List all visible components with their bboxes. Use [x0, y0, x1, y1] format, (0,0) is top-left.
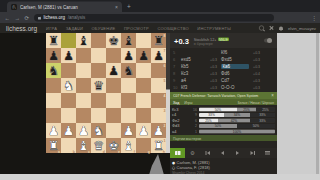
opening-close-icon[interactable]: ×: [271, 93, 274, 98]
prev-move-button[interactable]: [215, 148, 230, 158]
square-a2[interactable]: ♟: [46, 123, 61, 138]
back-button[interactable]: ←: [5, 15, 11, 21]
white-move[interactable]: a4: [181, 78, 207, 83]
square-e8[interactable]: ♚: [106, 33, 121, 48]
prev-move-icon: [221, 151, 224, 155]
opening-name: C07 French Defense: Tarrasch Variation, …: [173, 94, 269, 98]
black-rook-a8[interactable]: ♜: [46, 33, 61, 48]
white-pawn-g2[interactable]: ♟: [136, 123, 151, 138]
square-d7[interactable]: [91, 48, 106, 63]
square-b8[interactable]: [61, 33, 76, 48]
square-c3[interactable]: [76, 108, 91, 123]
black-pawn-a7[interactable]: ♟: [46, 48, 61, 63]
next-move-button[interactable]: [230, 148, 245, 158]
explorer-wdl-bar: 50%50%: [199, 124, 275, 128]
square-h6[interactable]: 6: [151, 63, 166, 78]
engine-toggle-knob: [267, 38, 272, 43]
opening-bar: C07 French Defense: Tarrasch Variation, …: [170, 92, 277, 99]
square-g4[interactable]: [136, 93, 151, 108]
black-king-e8[interactable]: ♚: [106, 33, 121, 48]
white-wins-segment: 33%: [199, 113, 224, 117]
square-c8[interactable]: ♝: [76, 33, 91, 48]
square-b3[interactable]: [61, 108, 76, 123]
square-b6[interactable]: [61, 63, 76, 78]
square-d3[interactable]: [91, 108, 106, 123]
forward-button[interactable]: →: [15, 15, 21, 21]
square-e4[interactable]: [106, 93, 121, 108]
coord-b: b: [73, 150, 75, 154]
black-move[interactable]: Сd7: [221, 78, 249, 83]
square-h4[interactable]: 4: [151, 93, 166, 108]
square-a3[interactable]: [46, 108, 61, 123]
black-wins-segment: 50%: [237, 124, 275, 128]
square-c6[interactable]: [76, 63, 91, 78]
square-f2[interactable]: ♟: [121, 123, 136, 138]
move-list[interactable]: 5Кf6+0.36exd5+0.3Фxd5+0.37Кb5+0.3Кa6+0.3…: [170, 48, 277, 92]
playback-toolbar: ⚙: [170, 148, 277, 158]
square-f6[interactable]: ♞: [121, 63, 136, 78]
square-h3[interactable]: 3: [151, 108, 166, 123]
coord-g: g: [148, 150, 150, 154]
explorer-tab-games[interactable]: Игры: [184, 100, 192, 104]
white-move[interactable]: Кc3: [181, 71, 207, 76]
nav-item-4[interactable]: СООБЩЕСТВО: [157, 26, 188, 31]
explorer-wdl-bar: 25%42%33%: [199, 118, 275, 122]
engine-badge: NNUE: [218, 37, 229, 41]
square-e6[interactable]: ♟: [106, 63, 121, 78]
move-row-10: 10Кf3+0.3О-О-О+0.3: [170, 84, 277, 91]
black-wins-segment: 33%: [250, 118, 275, 122]
square-c2[interactable]: ♟: [76, 123, 91, 138]
square-c4[interactable]: [76, 93, 91, 108]
tab-title: Carlsen, M (2881) vs Caruan: [20, 4, 112, 9]
white-dot-icon: ●: [172, 161, 175, 165]
black-move[interactable]: Кf6: [221, 50, 249, 55]
square-f3[interactable]: [121, 108, 136, 123]
tab-close-icon[interactable]: ×: [115, 4, 118, 10]
move-number: 7: [173, 64, 181, 69]
draws-segment: 42%: [218, 118, 250, 122]
engine-eval: +0.3: [174, 36, 189, 45]
nav-item-5[interactable]: ИНСТРУМЕНТЫ: [197, 26, 231, 31]
explorer-tab-move[interactable]: Ход: [173, 100, 179, 104]
coord-a: a: [58, 150, 60, 154]
url-path: /analysis: [68, 15, 86, 20]
draws-segment: 100%: [199, 129, 275, 133]
white-wins-segment: 50%: [199, 107, 237, 111]
browser-url-bar: ← → ⟳ lichess.org /analysis ⋮: [0, 12, 320, 23]
nav-menu: ИГРАЗАДАЧИОБУЧЕНИЕПРОСМОТРСООБЩЕСТВОИНСТ…: [46, 26, 231, 31]
square-h5[interactable]: 5: [151, 78, 166, 93]
engine-toggle[interactable]: [264, 39, 272, 43]
chess-board[interactable]: ♜♝♚♝♜8♟♟♟♟♟7♞♟♞6♞♛543♟♟♟♞♟♟♟2♜ab♝c♛d♚e♝f…: [46, 33, 166, 153]
square-g5[interactable]: [136, 78, 151, 93]
explorer-wdl-bar: 33%34%33%: [199, 113, 275, 117]
coord-d: d: [103, 150, 105, 154]
square-a4[interactable]: [46, 93, 61, 108]
black-move-eval: +0.3: [249, 51, 264, 55]
explorer-move[interactable]: Кc3: [172, 107, 186, 112]
black-move[interactable]: О-О-О: [221, 85, 249, 90]
white-move-eval: +0.3: [207, 58, 221, 62]
square-f8[interactable]: ♝: [121, 33, 136, 48]
draws-segment: 25%: [237, 107, 256, 111]
notifications-bell-icon[interactable]: [279, 26, 283, 30]
black-wins-segment: 25%: [256, 107, 275, 111]
black-pawn-f7[interactable]: ♟: [121, 48, 136, 63]
square-b7[interactable]: ♟: [61, 48, 76, 63]
browser-tab[interactable]: ♘ Carlsen, M (2881) vs Caruan ×: [7, 2, 122, 13]
white-move[interactable]: Кb5: [181, 64, 207, 69]
lock-icon: [38, 17, 41, 20]
explorer-games-count: 9: [188, 113, 197, 117]
analysis-settings-button[interactable]: ⚙: [185, 148, 200, 158]
last-move-button[interactable]: [245, 148, 260, 158]
coord-e: e: [118, 150, 120, 154]
url-host: lichess.org: [44, 15, 66, 20]
white-move[interactable]: exd5: [181, 57, 207, 62]
square-b1[interactable]: b: [61, 138, 76, 153]
black-queen-d5[interactable]: ♛: [91, 78, 106, 93]
move-row-8: 8Кc3+0.3Фd6+0.4: [170, 70, 277, 77]
white-pawn-b2[interactable]: ♟: [61, 123, 76, 138]
lichess-nav: lichess.org ИГРАЗАДАЧИОБУЧЕНИЕПРОСМОТРСО…: [0, 23, 320, 33]
bottom-strip: [0, 174, 320, 180]
move-row-9: 9a4+0.3Сd7+0.3: [170, 77, 277, 84]
white-knight-d2[interactable]: ♞: [91, 123, 106, 138]
black-knight-f6[interactable]: ♞: [121, 63, 136, 78]
white-move-eval: +0.3: [207, 79, 221, 83]
move-number: 9: [173, 78, 181, 83]
explorer-move[interactable]: c4: [172, 113, 186, 118]
white-move-eval: +0.3: [207, 72, 221, 76]
black-move-eval: +0.3: [249, 65, 264, 69]
white-move[interactable]: Кf3: [181, 85, 207, 90]
white-knight-b5[interactable]: ♞: [61, 78, 76, 93]
square-c7[interactable]: [76, 48, 91, 63]
square-f5[interactable]: [121, 78, 136, 93]
explorer-legend: Белые / Ничьи / Чёрные: [238, 100, 274, 104]
square-h2[interactable]: ♟2: [151, 123, 166, 138]
square-d1[interactable]: ♛d: [91, 138, 106, 153]
nav-right: elvin_musayev: [259, 26, 316, 31]
page-scrollbar[interactable]: [316, 33, 319, 180]
white-move-eval: +0.3: [207, 65, 221, 69]
explorer-games-count: 6: [188, 119, 197, 123]
next-move-icon: [236, 151, 239, 155]
new-tab-button[interactable]: +: [127, 3, 131, 11]
address-input[interactable]: lichess.org /analysis: [34, 14, 274, 22]
first-move-button[interactable]: [200, 148, 215, 158]
black-wins-segment: 33%: [250, 113, 275, 117]
white-move-eval: +0.3: [207, 86, 221, 90]
square-e1[interactable]: ♚e: [106, 138, 121, 153]
square-f7[interactable]: ♟: [121, 48, 136, 63]
black-move-eval: +0.3: [249, 58, 264, 62]
square-h7[interactable]: ♟7: [151, 48, 166, 63]
square-h8[interactable]: ♜8: [151, 33, 166, 48]
search-icon[interactable]: [259, 26, 264, 31]
background-piece-graphic: [149, 154, 164, 175]
black-bishop-c8[interactable]: ♝: [76, 33, 91, 48]
coord-h: h: [163, 150, 165, 154]
explorer-move[interactable]: a4: [172, 129, 186, 134]
square-e2[interactable]: [106, 123, 121, 138]
browser-tab-bar: ♘ Carlsen, M (2881) vs Caruan × +: [0, 0, 320, 12]
square-b4[interactable]: [61, 93, 76, 108]
explorer-games-count: 16: [188, 108, 197, 112]
black-move-eval: +0.3: [249, 86, 264, 90]
move-number: 8: [173, 71, 181, 76]
lichess-logo[interactable]: lichess.org: [6, 24, 37, 32]
hamburger-icon: [265, 151, 270, 155]
nav-item-3[interactable]: ПРОСМОТР: [124, 26, 149, 31]
square-g2[interactable]: ♟: [136, 123, 151, 138]
square-g7[interactable]: ♟: [136, 48, 151, 63]
nav-item-1[interactable]: ЗАДАЧИ: [66, 26, 83, 31]
square-a8[interactable]: ♜: [46, 33, 61, 48]
explorer-move[interactable]: Фd3: [172, 124, 186, 129]
square-a7[interactable]: ♟: [46, 48, 61, 63]
move-number: 10: [173, 85, 181, 90]
square-e3[interactable]: [106, 108, 121, 123]
square-c5[interactable]: [76, 78, 91, 93]
square-b2[interactable]: ♟: [61, 123, 76, 138]
black-move-eval: +0.3: [249, 79, 264, 83]
move-number: 6: [173, 57, 181, 62]
black-pawn-g7[interactable]: ♟: [136, 48, 151, 63]
white-pawn-c2[interactable]: ♟: [76, 123, 91, 138]
draws-segment: 50%: [199, 124, 237, 128]
move-row-6: 6exd5+0.3Фxd5+0.3: [170, 56, 277, 63]
square-a5[interactable]: [46, 78, 61, 93]
square-g1[interactable]: g: [136, 138, 151, 153]
square-d2[interactable]: ♞: [91, 123, 106, 138]
browser-menu-icon[interactable]: ⋮: [312, 14, 318, 21]
square-a6[interactable]: ♞: [46, 63, 61, 78]
black-move[interactable]: Фxd5: [221, 57, 249, 62]
coord-c: c: [88, 150, 90, 154]
engine-header: +0.3 Stockfish 12+NNUE в браузере: [170, 33, 277, 48]
move-number: 5: [173, 50, 181, 55]
explorer-move[interactable]: Фe2: [172, 118, 186, 123]
explorer-wdl-bar: 50%25%25%: [199, 107, 275, 111]
menu-button[interactable]: [260, 148, 275, 158]
white-pawn-a2[interactable]: ♟: [46, 123, 61, 138]
explorer-table[interactable]: Кc31650%25%25%c4933%34%33%Фe2625%42%33%Ф…: [170, 105, 277, 135]
square-a1[interactable]: ♜a: [46, 138, 61, 153]
explorer-row-a4[interactable]: a41100%: [172, 129, 275, 135]
square-g3[interactable]: [136, 108, 151, 123]
white-wins-segment: 25%: [199, 118, 218, 122]
black-pawn-e6[interactable]: ♟: [106, 63, 121, 78]
square-g8[interactable]: [136, 33, 151, 48]
square-d6[interactable]: [91, 63, 106, 78]
black-bishop-f8[interactable]: ♝: [121, 33, 136, 48]
black-pawn-b7[interactable]: ♟: [61, 48, 76, 63]
black-move-eval: +0.4: [249, 72, 264, 76]
square-c1[interactable]: ♝c: [76, 138, 91, 153]
square-d4[interactable]: [91, 93, 106, 108]
explorer-footer: Партии мастеров: [170, 135, 277, 141]
square-e7[interactable]: [106, 48, 121, 63]
square-f4[interactable]: [121, 93, 136, 108]
book-icon: [175, 151, 181, 155]
move-row-5: 5Кf6+0.3: [170, 49, 277, 56]
right-gutter: [277, 33, 320, 180]
explorer-book-button[interactable]: [170, 148, 185, 158]
black-knight-a6[interactable]: ♞: [46, 63, 61, 78]
reload-button[interactable]: ⟳: [25, 14, 30, 21]
nav-item-2[interactable]: ОБУЧЕНИЕ: [92, 26, 116, 31]
screen: ♘ Carlsen, M (2881) vs Caruan × + ← → ⟳ …: [0, 0, 320, 180]
square-b5[interactable]: ♞: [61, 78, 76, 93]
username[interactable]: elvin_musayev: [288, 26, 316, 31]
game-info: ●Carlsen, M. (2881) ○Caruana, F. (2818) …: [172, 160, 210, 175]
square-h1[interactable]: ♜1h: [151, 138, 166, 153]
explorer-games-count: 2: [188, 124, 197, 128]
engine-meta: Stockfish 12+NNUE в браузере: [194, 35, 229, 46]
black-dot-icon: ○: [172, 166, 175, 170]
challenge-icon[interactable]: [269, 26, 274, 31]
explorer-games-count: 1: [188, 130, 197, 134]
square-f1[interactable]: ♝f: [121, 138, 136, 153]
explorer-wdl-bar: 100%: [199, 129, 275, 133]
gear-icon: ⚙: [190, 148, 195, 158]
coord-f: f: [134, 150, 135, 154]
move-row-7: 7Кb5+0.3Кa6+0.3: [170, 63, 277, 70]
white-pawn-f2[interactable]: ♟: [121, 123, 136, 138]
draws-segment: 34%: [224, 113, 250, 117]
nav-item-0[interactable]: ИГРА: [46, 26, 57, 31]
square-d8[interactable]: [91, 33, 106, 48]
black-move[interactable]: Фd6: [221, 71, 249, 76]
black-move[interactable]: Кa6: [221, 64, 249, 69]
square-g6[interactable]: [136, 63, 151, 78]
lichess-favicon-icon: ♘: [11, 4, 17, 10]
engine-location: в браузере: [194, 41, 229, 46]
square-e5[interactable]: [106, 78, 121, 93]
square-d5[interactable]: ♛: [91, 78, 106, 93]
